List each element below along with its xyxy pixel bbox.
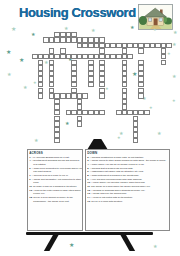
star-icon: ★ (11, 26, 16, 32)
star-icon: ★ (33, 81, 37, 85)
down-clue-list: 2. A building constructed of many flats,… (87, 155, 168, 203)
clue-text: A general term for a place to live in. (32, 174, 69, 176)
page-title: Housing Crossword (19, 5, 144, 20)
star-icon: ★ (6, 49, 11, 55)
star-icon: ★ (65, 121, 69, 126)
clue-text: A place where you can go on holiday pull… (90, 163, 144, 165)
crossword-cell (77, 121, 83, 127)
clue-text: The house on a farm where the farmer and… (91, 185, 151, 187)
house-clipart-icon (138, 4, 173, 30)
clue-text: A building constructed of many flats, al… (90, 156, 144, 158)
easel-left-leg (43, 234, 60, 251)
star-icon: ★ (153, 244, 157, 249)
clue-text: Areas on the outer edges of large cities… (33, 189, 81, 195)
clue-item: 4. Advertisement arranging buying and se… (29, 159, 82, 166)
crossword-cell (144, 110, 150, 116)
clue-text: A house with only the ground floor. (91, 192, 127, 194)
star-icon: ★ (132, 71, 137, 77)
clue-item: 9. A house built separately, not connect… (29, 177, 82, 184)
star-icon: ★ (173, 30, 177, 35)
clue-text: A building or buildings where students g… (91, 189, 145, 191)
clue-text: An American English word for a 'flat'. (32, 156, 70, 158)
clue-text: A place where you can stay cheaply when … (91, 181, 145, 183)
star-icon: ★ (19, 57, 24, 63)
clue-text: A very big and luxurious house with larg… (90, 178, 142, 180)
star-icon: ★ (44, 60, 48, 65)
easel-right-leg (119, 234, 136, 251)
clue-text: To make a plan for a building or its int… (33, 185, 77, 187)
crossword-cell (127, 54, 133, 60)
crossword-cell (38, 93, 44, 99)
clue-text: A small settlement of houses in the coun… (90, 174, 139, 176)
crossword-cell (138, 93, 144, 99)
star-icon: ★ (34, 138, 38, 143)
star-icon: ★ (7, 72, 11, 77)
star-icon: ★ (105, 87, 109, 91)
crossword-cell (88, 82, 94, 88)
crossword-cell (166, 43, 172, 49)
clue-text: To live in a room with furniture. (91, 200, 123, 202)
star-icon: ★ (172, 42, 176, 47)
down-heading: DOWN (87, 151, 168, 154)
crossword-cell (161, 60, 167, 66)
star-icon: ★ (117, 136, 121, 140)
clue-text: A small area connected to your house whe… (32, 167, 82, 173)
star-icon: ★ (167, 52, 171, 56)
star-icon: ★ (31, 32, 35, 37)
clue-text: To pay a fixed amount of money to the ho… (33, 196, 73, 202)
crossword-cell (54, 138, 60, 144)
star-icon: ★ (172, 99, 176, 103)
across-clue-list: 1. An American English word for a 'flat'… (29, 155, 82, 203)
clue-text: A house built separately, not connected … (32, 178, 81, 184)
down-clues-box: DOWN 2. A building constructed of many f… (85, 149, 170, 231)
clue-text: Advertisement arranging buying and selli… (32, 159, 79, 165)
star-icon: ★ (130, 25, 134, 30)
crossword-cell (133, 138, 139, 144)
crossword-cell (138, 48, 144, 54)
crossword-cell (82, 93, 88, 99)
clue-text: A house joined to other similar houses o… (90, 159, 166, 161)
clue-item: 13. Areas on the outer edges of large ci… (29, 188, 82, 195)
clue-text: A building that is divided into several … (90, 167, 133, 169)
clue-item: 15. To pay a fixed amount of money to th… (29, 195, 82, 202)
across-heading: ACROSS (29, 151, 82, 154)
across-clues-box: ACROSS 1. An American English word for a… (27, 149, 83, 231)
clue-text: A fashionable flat usually with an attra… (90, 170, 144, 172)
easel-tray (26, 232, 153, 235)
star-icon: ★ (23, 85, 27, 90)
star-icon: ★ (157, 131, 161, 136)
star-icon: ★ (69, 242, 74, 248)
star-icon: ★ (64, 26, 68, 31)
star-icon: ★ (91, 28, 95, 33)
crossword-cell (99, 110, 105, 116)
star-icon: ★ (172, 74, 176, 79)
worksheet-page: Housing Crossword ★★★★★★★★★★★★★★★★★★★★★★… (0, 0, 180, 256)
clue-item: 16. To live in a room with furniture. (87, 199, 168, 203)
star-icon: ★ (119, 131, 123, 136)
clue-text: A room or flat rented with all its furni… (91, 196, 133, 198)
crossword-cell (99, 93, 105, 99)
clue-item: 6. A small area connected to your house … (29, 166, 82, 173)
